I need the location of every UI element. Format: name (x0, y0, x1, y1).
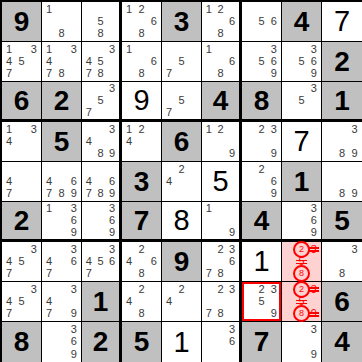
solved-digit: 7 (293, 127, 309, 156)
pencil-marks: 58 (82, 2, 119, 41)
candidate: 4 (86, 256, 92, 267)
pencil-marks: 23589 (282, 282, 321, 321)
mark-slot-3 (68, 163, 80, 175)
mark-slot-1 (243, 3, 255, 15)
mark-slot-4: 4 (123, 295, 135, 307)
mark-slot-1 (323, 123, 336, 135)
mark-slot-9 (148, 148, 160, 160)
mark-slot-9: 9 (68, 226, 80, 238)
mark-slot-6: 6 (226, 15, 238, 27)
cell-r1c8[interactable]: 4 (282, 2, 322, 42)
cell-r5c7[interactable]: 269 (242, 162, 282, 202)
mark-slot-9 (148, 28, 160, 40)
candidate: 4 (86, 176, 92, 187)
mark-slot-7: 7 (83, 188, 95, 200)
mark-slot-7 (83, 226, 95, 238)
cell-r6c9[interactable]: 5 (322, 202, 362, 242)
mark-slot-2: 2 (175, 163, 187, 175)
mark-slot-9: 9 (268, 68, 280, 80)
mark-slot-4 (323, 255, 336, 267)
pencil-marks: 239 (242, 122, 281, 161)
mark-slot-2: 2 (215, 243, 227, 255)
candidate: 9 (109, 148, 115, 159)
mark-slot-9: 9 (226, 148, 238, 160)
pencil-marks: 2359 (242, 282, 281, 321)
cell-r1c5[interactable]: 3 (162, 2, 202, 42)
mark-slot-3: 3 (106, 203, 118, 215)
candidate: 9 (352, 148, 358, 159)
mark-slot-9 (68, 268, 80, 280)
mark-slot-4 (283, 55, 295, 67)
mark-slot-4 (203, 135, 215, 147)
cell-r7c5[interactable]: 9 (162, 242, 202, 282)
mark-slot-6: 6 (148, 15, 160, 27)
mark-slot-8 (175, 106, 187, 118)
mark-slot-2: 2 (215, 3, 227, 15)
mark-slot-3: 3 (226, 243, 238, 255)
cell-r9c1[interactable]: 8 (2, 322, 42, 362)
mark-slot-1 (283, 323, 295, 336)
cell-r2c4[interactable]: 168 (122, 42, 162, 82)
mark-slot-1 (123, 283, 135, 295)
mark-slot-2: 2 (175, 283, 187, 295)
mark-slot-2 (175, 83, 187, 95)
candidate: 4 (46, 296, 52, 307)
cell-r6c1[interactable]: 2 (2, 202, 42, 242)
cell-r7c7[interactable]: 1 (242, 242, 282, 282)
cell-r4c9[interactable]: 389 (322, 122, 362, 162)
mark-slot-1: 1 (43, 203, 55, 215)
mark-slot-8 (295, 348, 307, 361)
candidate: 3 (311, 324, 317, 335)
candidate: 4 (6, 256, 12, 267)
cell-r5c9[interactable]: 89 (322, 162, 362, 202)
given-digit: 8 (14, 328, 30, 356)
cell-r6c4[interactable]: 7 (122, 202, 162, 242)
mark-slot-6 (348, 135, 361, 147)
mark-slot-4: 4 (3, 135, 15, 147)
mark-slot-5: 5 (15, 55, 27, 67)
cell-r3c9[interactable]: 1 (322, 82, 362, 122)
mark-slot-4: 4 (163, 295, 175, 307)
mark-slot-4 (283, 215, 295, 227)
mark-slot-1 (163, 283, 175, 295)
candidate: 8 (339, 188, 345, 199)
mark-slot-1 (243, 43, 255, 55)
cell-r1c7[interactable]: 56 (242, 2, 282, 42)
mark-slot-8 (255, 308, 267, 320)
mark-slot-9 (226, 348, 238, 361)
mark-slot-4 (283, 255, 295, 267)
mark-slot-9: 9 (106, 148, 118, 160)
mark-slot-3 (148, 243, 160, 255)
candidate: 8 (138, 28, 144, 39)
mark-slot-2 (295, 203, 307, 215)
cell-r1c3[interactable]: 58 (82, 2, 122, 42)
pencil-marks: 2378 (202, 282, 239, 321)
cell-r8c7[interactable]: 2359 (242, 282, 282, 322)
candidate: 8 (97, 28, 103, 39)
candidate: 1 (126, 124, 132, 135)
candidate: 3 (352, 244, 358, 255)
cell-r8c4[interactable]: 248 (122, 282, 162, 322)
mark-slot-5 (15, 135, 27, 147)
mark-slot-6 (348, 175, 361, 187)
mark-slot-4 (243, 15, 255, 27)
pencil-marks: 34567 (82, 242, 119, 281)
mark-slot-7: 7 (3, 188, 15, 200)
cell-r7c9[interactable]: 38 (322, 242, 362, 282)
cell-r6c8[interactable]: 369 (282, 202, 322, 242)
mark-slot-3 (268, 3, 280, 15)
mark-slot-6 (308, 336, 320, 349)
mark-slot-1: 1 (203, 203, 215, 215)
pencil-marks: 168 (202, 42, 239, 81)
given-digit: 5 (134, 328, 150, 356)
cell-r2c5[interactable]: 57 (162, 42, 202, 82)
cell-r6c7[interactable]: 4 (242, 202, 282, 242)
mark-slot-7 (243, 28, 255, 40)
mark-slot-3 (226, 43, 238, 55)
mark-slot-8 (175, 188, 187, 200)
cell-r7c6[interactable]: 23678 (202, 242, 242, 282)
cell-r7c4[interactable]: 2468 (122, 242, 162, 282)
mark-slot-9: 9 (226, 226, 238, 238)
candidate: 2 (217, 284, 223, 295)
cell-r8c1[interactable]: 3457 (2, 282, 42, 322)
mark-slot-4 (123, 55, 135, 67)
cell-r3c2[interactable]: 2 (42, 82, 82, 122)
mark-slot-1: 1 (203, 43, 215, 55)
candidate: 2 (217, 4, 223, 15)
mark-slot-9 (226, 28, 238, 40)
candidate: 9 (229, 227, 235, 238)
mark-slot-7: 7 (43, 308, 55, 320)
mark-slot-3: 3 (28, 43, 40, 55)
mark-slot-1 (83, 163, 95, 175)
mark-slot-2 (215, 203, 227, 215)
mark-slot-9 (308, 106, 320, 118)
mark-slot-7 (243, 188, 255, 200)
cell-r4c1[interactable]: 134 (2, 122, 42, 162)
candidate: 3 (71, 44, 77, 55)
mark-slot-6 (226, 295, 238, 307)
cell-r5c2[interactable]: 46789 (42, 162, 82, 202)
cell-r5c1[interactable]: 47 (2, 162, 42, 202)
mark-slot-4: 4 (43, 295, 55, 307)
cell-r8c2[interactable]: 3479 (42, 282, 82, 322)
mark-slot-8: 8 (215, 308, 227, 320)
mark-slot-1: 1 (123, 123, 135, 135)
pencil-marks: 57 (162, 42, 201, 81)
cell-r1c9[interactable]: 7 (322, 2, 362, 42)
mark-slot-7 (323, 268, 336, 280)
mark-slot-1 (83, 203, 95, 215)
cell-r9c3[interactable]: 2 (82, 322, 122, 362)
mark-slot-4 (283, 295, 295, 307)
mark-slot-5 (175, 295, 187, 307)
mark-slot-6 (188, 295, 200, 307)
mark-slot-4 (283, 95, 295, 107)
candidate: 1 (206, 203, 212, 214)
mark-slot-2 (215, 323, 227, 336)
mark-slot-9: 9 (268, 188, 280, 200)
cell-r9c4[interactable]: 5 (122, 322, 162, 362)
mark-slot-5 (255, 135, 267, 147)
mark-slot-5 (336, 175, 349, 187)
candidate: 1 (6, 44, 12, 55)
cell-r2c1[interactable]: 13457 (2, 42, 42, 82)
cell-r4c3[interactable]: 3489 (82, 122, 122, 162)
mark-slot-9 (28, 148, 40, 160)
cell-r6c6[interactable]: 19 (202, 202, 242, 242)
mark-slot-6 (226, 215, 238, 227)
mark-slot-6: 6 (68, 175, 80, 187)
candidate: 8 (58, 188, 64, 199)
cell-r1c6[interactable]: 1268 (202, 2, 242, 42)
mark-slot-3: 3 (28, 283, 40, 295)
cell-r4c6[interactable]: 129 (202, 122, 242, 162)
mark-slot-4 (43, 15, 55, 27)
candidate: 3 (229, 324, 235, 335)
mark-slot-8 (95, 268, 107, 280)
candidate: 5 (178, 56, 184, 67)
candidate-eliminated: 3 (311, 244, 317, 255)
mark-slot-7 (123, 68, 135, 80)
pencil-marks: 369 (82, 202, 119, 239)
mark-slot-3: 3 (268, 43, 280, 55)
mark-slot-7 (203, 148, 215, 160)
cell-r5c4[interactable]: 3 (122, 162, 162, 202)
candidate: 7 (46, 188, 52, 199)
mark-slot-7 (283, 68, 295, 80)
cell-r5c3[interactable]: 46789 (82, 162, 122, 202)
candidate: 9 (352, 188, 358, 199)
candidate: 3 (71, 203, 77, 214)
mark-slot-5 (215, 336, 227, 349)
pencil-marks: 269 (242, 162, 281, 201)
cell-r6c5[interactable]: 8 (162, 202, 202, 242)
mark-slot-2 (15, 123, 27, 135)
mark-slot-1 (163, 83, 175, 95)
cell-r2c3[interactable]: 34578 (82, 42, 122, 82)
cell-r6c3[interactable]: 369 (82, 202, 122, 242)
cell-r9c8[interactable]: 39 (282, 322, 322, 362)
mark-slot-1 (323, 243, 336, 255)
pencil-marks: 389 (322, 122, 362, 161)
mark-slot-4 (283, 336, 295, 349)
mark-slot-3: 3 (268, 283, 280, 295)
mark-slot-4: 4 (83, 255, 95, 267)
mark-slot-9 (106, 68, 118, 80)
mark-slot-8 (15, 148, 27, 160)
candidate: 6 (71, 176, 77, 187)
cell-r2c7[interactable]: 3569 (242, 42, 282, 82)
mark-slot-2 (15, 163, 27, 175)
candidate: 1 (46, 203, 52, 214)
cell-r1c1[interactable]: 9 (2, 2, 42, 42)
mark-slot-1 (283, 83, 295, 95)
mark-slot-5: 5 (95, 95, 107, 107)
cell-r5c5[interactable]: 24 (162, 162, 202, 202)
cell-r9c2[interactable]: 369 (42, 322, 82, 362)
candidate: 8 (97, 188, 103, 199)
cell-r8c5[interactable]: 24 (162, 282, 202, 322)
cell-r8c9[interactable]: 6 (322, 282, 362, 322)
mark-slot-8 (215, 348, 227, 361)
candidate: 5 (97, 56, 103, 67)
cell-r3c1[interactable]: 6 (2, 82, 42, 122)
mark-slot-2: 2 (215, 123, 227, 135)
cell-r3c4[interactable]: 9 (122, 82, 162, 122)
cell-r7c8[interactable]: 2358 (282, 242, 322, 282)
mark-slot-3 (106, 163, 118, 175)
cell-r9c6[interactable]: 36 (202, 322, 242, 362)
cell-r3c6[interactable]: 4 (202, 82, 242, 122)
mark-slot-7: 7 (43, 268, 55, 280)
given-digit: 8 (254, 87, 270, 115)
mark-slot-5 (255, 175, 267, 187)
mark-slot-6 (106, 95, 118, 107)
mark-slot-1 (83, 243, 95, 255)
pencil-marks: 18 (42, 2, 81, 41)
cell-r1c4[interactable]: 1268 (122, 2, 162, 42)
candidate: 4 (166, 296, 172, 307)
mark-slot-1 (3, 243, 15, 255)
mark-slot-8 (175, 68, 187, 80)
candidate: 5 (178, 95, 184, 106)
pencil-marks: 35 (282, 82, 321, 119)
cell-r2c6[interactable]: 168 (202, 42, 242, 82)
mark-slot-2: 2 (255, 123, 267, 135)
mark-slot-9 (106, 28, 118, 40)
mark-slot-9 (28, 188, 40, 200)
mark-slot-5 (135, 55, 147, 67)
candidate: 3 (109, 203, 115, 214)
mark-slot-5 (135, 295, 147, 307)
cell-r8c3[interactable]: 1 (82, 282, 122, 322)
cell-r9c5[interactable]: 1 (162, 322, 202, 362)
cell-r5c6[interactable]: 5 (202, 162, 242, 202)
mark-slot-2 (295, 323, 307, 336)
mark-slot-8 (255, 148, 267, 160)
mark-slot-9: 9 (348, 148, 361, 160)
mark-slot-5: 5 (295, 95, 307, 107)
candidate: 3 (311, 83, 317, 94)
mark-slot-1 (43, 283, 55, 295)
cell-r7c3[interactable]: 34567 (82, 242, 122, 282)
cell-r5c8[interactable]: 1 (282, 162, 322, 202)
mark-slot-6: 6 (308, 55, 320, 67)
cell-r4c7[interactable]: 239 (242, 122, 282, 162)
cell-r2c2[interactable]: 13478 (42, 42, 82, 82)
mark-slot-9 (188, 68, 200, 80)
mark-slot-8 (295, 106, 307, 118)
mark-slot-1: 1 (123, 43, 135, 55)
cell-r9c9[interactable]: 4 (322, 322, 362, 362)
cell-r2c8[interactable]: 3569 (282, 42, 322, 82)
mark-slot-9 (28, 268, 40, 280)
pencil-marks: 2468 (122, 242, 161, 281)
pencil-marks: 46789 (42, 162, 81, 201)
cell-r4c5[interactable]: 6 (162, 122, 202, 162)
cell-r4c8[interactable]: 7 (282, 122, 322, 162)
mark-slot-4 (163, 95, 175, 107)
cell-r1c2[interactable]: 18 (42, 2, 82, 42)
candidate: 6 (109, 176, 115, 187)
cell-r8c8[interactable]: 23589 (282, 282, 322, 322)
mark-slot-2 (336, 243, 349, 255)
cell-r6c2[interactable]: 1369 (42, 202, 82, 242)
candidate: 2 (178, 164, 184, 175)
candidate: 3 (31, 284, 37, 295)
solved-digit: 8 (173, 206, 189, 235)
mark-slot-5 (55, 175, 67, 187)
cell-r4c4[interactable]: 124 (122, 122, 162, 162)
cell-r2c9[interactable]: 2 (322, 42, 362, 82)
mark-slot-6 (308, 295, 320, 307)
mark-slot-6 (188, 175, 200, 187)
cell-r3c8[interactable]: 35 (282, 82, 322, 122)
cell-r7c2[interactable]: 3467 (42, 242, 82, 282)
mark-slot-7: 7 (3, 268, 15, 280)
pencil-marks: 24 (162, 162, 201, 201)
cell-r7c1[interactable]: 3457 (2, 242, 42, 282)
mark-slot-4 (43, 215, 55, 227)
mark-slot-6 (268, 135, 280, 147)
candidate: 1 (126, 4, 132, 15)
candidate: 8 (339, 268, 345, 279)
mark-slot-9 (106, 268, 118, 280)
mark-slot-5 (215, 55, 227, 67)
candidate: 6 (151, 256, 157, 267)
mark-slot-7: 7 (203, 308, 215, 320)
candidate: 3 (109, 244, 115, 255)
candidate: 9 (311, 349, 317, 360)
given-digit: 9 (174, 248, 190, 276)
mark-slot-5 (175, 175, 187, 187)
candidate: 6 (229, 56, 235, 67)
mark-slot-6 (308, 95, 320, 107)
candidate: 2 (258, 124, 264, 135)
mark-slot-2 (295, 43, 307, 55)
mark-slot-4 (203, 255, 215, 267)
mark-slot-4: 4 (123, 135, 135, 147)
candidate: 7 (46, 268, 52, 279)
mark-slot-5: 5 (175, 95, 187, 107)
candidate: 5 (18, 296, 24, 307)
mark-slot-6 (28, 295, 40, 307)
cell-r9c7[interactable]: 7 (242, 322, 282, 362)
mark-slot-8: 8 (135, 268, 147, 280)
mark-slot-8 (15, 68, 27, 80)
cell-r3c7[interactable]: 8 (242, 82, 282, 122)
mark-slot-2 (215, 43, 227, 55)
pencil-marks: 47 (2, 162, 41, 201)
mark-slot-6 (28, 55, 40, 67)
cell-r4c2[interactable]: 5 (42, 122, 82, 162)
pencil-marks: 89 (322, 162, 362, 201)
cell-r3c3[interactable]: 357 (82, 82, 122, 122)
candidate: 2 (178, 284, 184, 295)
pencil-marks: 369 (282, 202, 321, 239)
candidate: 6 (71, 336, 77, 347)
mark-slot-4 (243, 295, 255, 307)
cell-r3c5[interactable]: 57 (162, 82, 202, 122)
mark-slot-8 (255, 68, 267, 80)
candidate: 7 (86, 107, 92, 118)
cell-r8c6[interactable]: 2378 (202, 282, 242, 322)
